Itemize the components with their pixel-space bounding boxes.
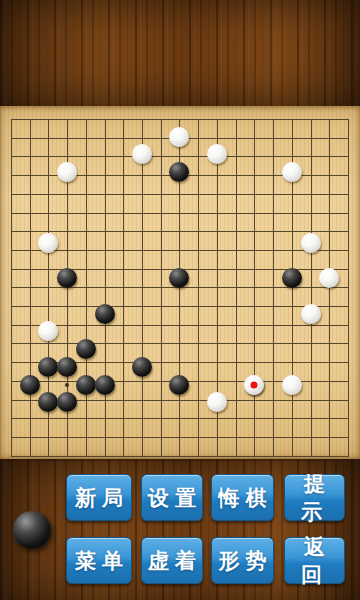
grid-line-horizontal [11,250,349,251]
settings-button[interactable]: 设置 [141,474,203,521]
star-point [65,383,69,387]
white-stone [169,127,189,147]
grid-line-vertical [30,119,31,457]
white-stone [301,304,321,324]
grid-line-horizontal [11,456,349,457]
back-button[interactable]: 返回 [284,537,345,584]
white-stone [207,144,227,164]
grid-line-vertical [11,119,12,457]
grid-line-vertical [311,119,312,457]
black-stone [169,375,189,395]
top-wood-panel [0,0,360,108]
black-stone [57,268,77,288]
black-stone [38,357,58,377]
black-stone [282,268,302,288]
menu-button[interactable]: 菜单 [66,537,132,584]
white-stone [38,321,58,341]
grid-line-vertical [236,119,237,457]
black-to-play-indicator-stone [13,511,51,549]
grid-line-vertical [161,119,162,457]
grid-line-vertical [254,119,255,457]
grid-line-horizontal [11,343,349,344]
grid-line-horizontal [11,194,349,195]
grid-line-horizontal [11,213,349,214]
go-board[interactable] [0,106,360,459]
last-move-marker [251,381,258,388]
white-stone [319,268,339,288]
grid-line-horizontal [11,231,349,232]
situation-button[interactable]: 形势 [211,537,274,584]
white-stone [282,162,302,182]
pass-button[interactable]: 虚着 [141,537,203,584]
white-stone [132,144,152,164]
black-stone [95,375,115,395]
black-stone [132,357,152,377]
grid-line-vertical [348,119,349,457]
white-stone [282,375,302,395]
grid-line-horizontal [11,306,349,307]
white-stone [301,233,321,253]
grid-line-vertical [329,119,330,457]
black-stone [169,268,189,288]
grid-line-horizontal [11,156,349,157]
grid-line-vertical [86,119,87,457]
grid-line-vertical [142,119,143,457]
grid-line-horizontal [11,325,349,326]
new-game-button[interactable]: 新局 [66,474,132,521]
black-stone [57,357,77,377]
white-stone [57,162,77,182]
black-stone [38,392,58,412]
grid-line-vertical [123,119,124,457]
white-stone [244,375,264,395]
black-stone [76,375,96,395]
grid-line-vertical [198,119,199,457]
black-stone [20,375,40,395]
hint-button[interactable]: 提示 [284,474,345,521]
grid-line-horizontal [11,437,349,438]
grid-line-vertical [273,119,274,457]
grid-line-vertical [105,119,106,457]
white-stone [207,392,227,412]
black-stone [95,304,115,324]
bottom-wood-panel: 新局 设置 悔棋 提示 菜单 虚着 形势 返回 [0,459,360,600]
black-stone [76,339,96,359]
black-stone [57,392,77,412]
grid-line-horizontal [11,418,349,419]
black-stone [169,162,189,182]
undo-button[interactable]: 悔棋 [211,474,274,521]
grid-line-horizontal [11,119,349,120]
